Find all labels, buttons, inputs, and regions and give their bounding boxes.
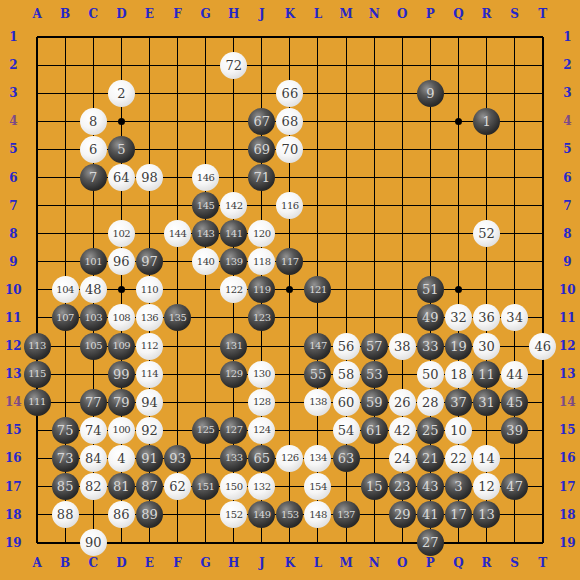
point-N9[interactable] [360,248,388,276]
point-B6[interactable] [51,163,79,191]
point-R4[interactable]: 1 [473,107,501,135]
point-L18[interactable]: 148 [304,501,332,529]
point-P13[interactable]: 50 [416,360,444,388]
point-N13[interactable]: 53 [360,360,388,388]
point-F4[interactable] [163,107,191,135]
point-E18[interactable]: 89 [135,501,163,529]
point-C1[interactable] [79,23,107,51]
point-L4[interactable] [304,107,332,135]
point-F12[interactable] [163,332,191,360]
point-P19[interactable]: 27 [416,529,444,557]
point-D6[interactable]: 64 [107,163,135,191]
point-N15[interactable]: 61 [360,416,388,444]
point-C18[interactable] [79,501,107,529]
point-T2[interactable] [529,51,557,79]
point-S9[interactable] [501,248,529,276]
point-D2[interactable] [107,51,135,79]
point-E3[interactable] [135,79,163,107]
point-L16[interactable]: 134 [304,444,332,472]
point-S11[interactable]: 34 [501,304,529,332]
point-F13[interactable] [163,360,191,388]
point-M2[interactable] [332,51,360,79]
point-N7[interactable] [360,192,388,220]
point-E15[interactable]: 92 [135,416,163,444]
point-D11[interactable]: 108 [107,304,135,332]
point-O5[interactable] [388,135,416,163]
point-E8[interactable] [135,220,163,248]
point-B9[interactable] [51,248,79,276]
point-T12[interactable]: 46 [529,332,557,360]
point-P3[interactable]: 9 [416,79,444,107]
point-B15[interactable]: 75 [51,416,79,444]
point-C14[interactable]: 77 [79,388,107,416]
point-G14[interactable] [192,388,220,416]
point-B10[interactable]: 104 [51,276,79,304]
point-M17[interactable] [332,473,360,501]
point-O8[interactable] [388,220,416,248]
point-L8[interactable] [304,220,332,248]
point-J8[interactable]: 120 [248,220,276,248]
point-H19[interactable] [220,529,248,557]
point-P12[interactable]: 33 [416,332,444,360]
point-N14[interactable]: 59 [360,388,388,416]
point-L1[interactable] [304,23,332,51]
point-T11[interactable] [529,304,557,332]
point-G4[interactable] [192,107,220,135]
point-J12[interactable] [248,332,276,360]
point-C12[interactable]: 105 [79,332,107,360]
point-E2[interactable] [135,51,163,79]
point-S16[interactable] [501,444,529,472]
point-G3[interactable] [192,79,220,107]
point-S1[interactable] [501,23,529,51]
point-F7[interactable] [163,192,191,220]
point-H1[interactable] [220,23,248,51]
point-D13[interactable]: 99 [107,360,135,388]
point-R6[interactable] [473,163,501,191]
point-T16[interactable] [529,444,557,472]
point-B19[interactable] [51,529,79,557]
point-E5[interactable] [135,135,163,163]
point-B5[interactable] [51,135,79,163]
point-Q8[interactable] [444,220,472,248]
point-F8[interactable]: 144 [163,220,191,248]
point-O11[interactable] [388,304,416,332]
point-R8[interactable]: 52 [473,220,501,248]
point-C8[interactable] [79,220,107,248]
point-N5[interactable] [360,135,388,163]
point-T6[interactable] [529,163,557,191]
point-N2[interactable] [360,51,388,79]
point-Q12[interactable]: 19 [444,332,472,360]
point-M19[interactable] [332,529,360,557]
point-M8[interactable] [332,220,360,248]
point-L13[interactable]: 55 [304,360,332,388]
point-O16[interactable]: 24 [388,444,416,472]
point-H8[interactable]: 141 [220,220,248,248]
point-B13[interactable] [51,360,79,388]
point-F19[interactable] [163,529,191,557]
point-P2[interactable] [416,51,444,79]
point-A5[interactable] [23,135,51,163]
point-R19[interactable] [473,529,501,557]
point-A3[interactable] [23,79,51,107]
point-K12[interactable] [276,332,304,360]
point-O1[interactable] [388,23,416,51]
point-M12[interactable]: 56 [332,332,360,360]
point-P17[interactable]: 43 [416,473,444,501]
point-R7[interactable] [473,192,501,220]
point-R13[interactable]: 11 [473,360,501,388]
point-S19[interactable] [501,529,529,557]
point-L7[interactable] [304,192,332,220]
point-K5[interactable]: 70 [276,135,304,163]
point-C6[interactable]: 7 [79,163,107,191]
point-N17[interactable]: 15 [360,473,388,501]
point-G17[interactable]: 151 [192,473,220,501]
point-S4[interactable] [501,107,529,135]
point-C5[interactable]: 6 [79,135,107,163]
point-E4[interactable] [135,107,163,135]
point-M18[interactable]: 137 [332,501,360,529]
point-E17[interactable]: 87 [135,473,163,501]
point-B16[interactable]: 73 [51,444,79,472]
point-M9[interactable] [332,248,360,276]
point-T15[interactable] [529,416,557,444]
point-H12[interactable]: 131 [220,332,248,360]
point-J7[interactable] [248,192,276,220]
point-H3[interactable] [220,79,248,107]
point-G5[interactable] [192,135,220,163]
point-K19[interactable] [276,529,304,557]
point-P8[interactable] [416,220,444,248]
point-C7[interactable] [79,192,107,220]
point-G12[interactable] [192,332,220,360]
point-S18[interactable] [501,501,529,529]
point-Q17[interactable]: 3 [444,473,472,501]
point-B17[interactable]: 85 [51,473,79,501]
point-T8[interactable] [529,220,557,248]
point-K14[interactable] [276,388,304,416]
point-S6[interactable] [501,163,529,191]
point-K7[interactable]: 116 [276,192,304,220]
point-J17[interactable]: 132 [248,473,276,501]
point-F16[interactable]: 93 [163,444,191,472]
point-O6[interactable] [388,163,416,191]
point-N11[interactable] [360,304,388,332]
point-E9[interactable]: 97 [135,248,163,276]
point-A4[interactable] [23,107,51,135]
point-K8[interactable] [276,220,304,248]
point-Q3[interactable] [444,79,472,107]
point-T1[interactable] [529,23,557,51]
point-N8[interactable] [360,220,388,248]
point-M14[interactable]: 60 [332,388,360,416]
point-E1[interactable] [135,23,163,51]
point-M10[interactable] [332,276,360,304]
point-C19[interactable]: 90 [79,529,107,557]
point-O18[interactable]: 29 [388,501,416,529]
point-R2[interactable] [473,51,501,79]
point-G18[interactable] [192,501,220,529]
point-O2[interactable] [388,51,416,79]
point-D7[interactable] [107,192,135,220]
point-O9[interactable] [388,248,416,276]
point-T5[interactable] [529,135,557,163]
point-H7[interactable]: 142 [220,192,248,220]
point-B11[interactable]: 107 [51,304,79,332]
point-C16[interactable]: 84 [79,444,107,472]
point-P1[interactable] [416,23,444,51]
point-H11[interactable] [220,304,248,332]
point-K9[interactable]: 117 [276,248,304,276]
point-L15[interactable] [304,416,332,444]
point-P10[interactable]: 51 [416,276,444,304]
point-H13[interactable]: 129 [220,360,248,388]
point-H5[interactable] [220,135,248,163]
point-H15[interactable]: 127 [220,416,248,444]
point-C9[interactable]: 101 [79,248,107,276]
point-N4[interactable] [360,107,388,135]
point-R12[interactable]: 30 [473,332,501,360]
point-Q1[interactable] [444,23,472,51]
point-H16[interactable]: 133 [220,444,248,472]
point-O10[interactable] [388,276,416,304]
point-E6[interactable]: 98 [135,163,163,191]
point-P15[interactable]: 25 [416,416,444,444]
point-L9[interactable] [304,248,332,276]
point-N19[interactable] [360,529,388,557]
point-R11[interactable]: 36 [473,304,501,332]
point-D5[interactable]: 5 [107,135,135,163]
point-D3[interactable]: 2 [107,79,135,107]
point-O14[interactable]: 26 [388,388,416,416]
point-J15[interactable]: 124 [248,416,276,444]
point-T7[interactable] [529,192,557,220]
point-A1[interactable] [23,23,51,51]
point-E12[interactable]: 112 [135,332,163,360]
point-T18[interactable] [529,501,557,529]
point-M6[interactable] [332,163,360,191]
point-H4[interactable] [220,107,248,135]
point-T4[interactable] [529,107,557,135]
point-A16[interactable] [23,444,51,472]
point-H6[interactable] [220,163,248,191]
point-T19[interactable] [529,529,557,557]
point-N18[interactable] [360,501,388,529]
point-F14[interactable] [163,388,191,416]
point-G7[interactable]: 145 [192,192,220,220]
point-G1[interactable] [192,23,220,51]
point-F5[interactable] [163,135,191,163]
point-L12[interactable]: 147 [304,332,332,360]
point-T10[interactable] [529,276,557,304]
point-Q10[interactable] [444,276,472,304]
point-A17[interactable] [23,473,51,501]
point-D12[interactable]: 109 [107,332,135,360]
point-F15[interactable] [163,416,191,444]
point-Q11[interactable]: 32 [444,304,472,332]
point-C3[interactable] [79,79,107,107]
point-G10[interactable] [192,276,220,304]
point-A10[interactable] [23,276,51,304]
point-G19[interactable] [192,529,220,557]
point-P4[interactable] [416,107,444,135]
point-F18[interactable] [163,501,191,529]
point-J13[interactable]: 130 [248,360,276,388]
point-L19[interactable] [304,529,332,557]
point-H17[interactable]: 150 [220,473,248,501]
point-Q14[interactable]: 37 [444,388,472,416]
point-F1[interactable] [163,23,191,51]
point-S15[interactable]: 39 [501,416,529,444]
point-L5[interactable] [304,135,332,163]
point-H9[interactable]: 139 [220,248,248,276]
point-T3[interactable] [529,79,557,107]
point-O13[interactable] [388,360,416,388]
point-A18[interactable] [23,501,51,529]
point-B4[interactable] [51,107,79,135]
point-B3[interactable] [51,79,79,107]
point-A15[interactable] [23,416,51,444]
point-E13[interactable]: 114 [135,360,163,388]
point-R10[interactable] [473,276,501,304]
point-A11[interactable] [23,304,51,332]
point-D18[interactable]: 86 [107,501,135,529]
point-T13[interactable] [529,360,557,388]
point-M7[interactable] [332,192,360,220]
point-R9[interactable] [473,248,501,276]
point-K1[interactable] [276,23,304,51]
point-D19[interactable] [107,529,135,557]
point-J11[interactable]: 123 [248,304,276,332]
point-E14[interactable]: 94 [135,388,163,416]
point-A12[interactable]: 113 [23,332,51,360]
point-D15[interactable]: 100 [107,416,135,444]
point-Q16[interactable]: 22 [444,444,472,472]
point-P5[interactable] [416,135,444,163]
point-G13[interactable] [192,360,220,388]
point-F9[interactable] [163,248,191,276]
point-M5[interactable] [332,135,360,163]
point-G9[interactable]: 140 [192,248,220,276]
point-H14[interactable] [220,388,248,416]
point-F2[interactable] [163,51,191,79]
point-R17[interactable]: 12 [473,473,501,501]
point-Q2[interactable] [444,51,472,79]
point-R14[interactable]: 31 [473,388,501,416]
point-O15[interactable]: 42 [388,416,416,444]
point-S3[interactable] [501,79,529,107]
point-P14[interactable]: 28 [416,388,444,416]
point-F17[interactable]: 62 [163,473,191,501]
point-J9[interactable]: 118 [248,248,276,276]
point-F10[interactable] [163,276,191,304]
point-K17[interactable] [276,473,304,501]
point-M13[interactable]: 58 [332,360,360,388]
point-M4[interactable] [332,107,360,135]
point-F3[interactable] [163,79,191,107]
point-H2[interactable]: 72 [220,51,248,79]
point-C17[interactable]: 82 [79,473,107,501]
point-H18[interactable]: 152 [220,501,248,529]
point-C11[interactable]: 103 [79,304,107,332]
point-P7[interactable] [416,192,444,220]
point-K2[interactable] [276,51,304,79]
point-S7[interactable] [501,192,529,220]
point-J19[interactable] [248,529,276,557]
point-Q6[interactable] [444,163,472,191]
point-O19[interactable] [388,529,416,557]
point-G2[interactable] [192,51,220,79]
point-A19[interactable] [23,529,51,557]
point-K6[interactable] [276,163,304,191]
point-A9[interactable] [23,248,51,276]
point-E16[interactable]: 91 [135,444,163,472]
point-T14[interactable] [529,388,557,416]
point-C10[interactable]: 48 [79,276,107,304]
point-R5[interactable] [473,135,501,163]
point-L10[interactable]: 121 [304,276,332,304]
point-Q7[interactable] [444,192,472,220]
point-R1[interactable] [473,23,501,51]
point-O12[interactable]: 38 [388,332,416,360]
point-R15[interactable] [473,416,501,444]
point-O3[interactable] [388,79,416,107]
point-D8[interactable]: 102 [107,220,135,248]
point-L17[interactable]: 154 [304,473,332,501]
point-G15[interactable]: 125 [192,416,220,444]
point-A7[interactable] [23,192,51,220]
point-L11[interactable] [304,304,332,332]
point-S8[interactable] [501,220,529,248]
point-D14[interactable]: 79 [107,388,135,416]
point-B18[interactable]: 88 [51,501,79,529]
point-T17[interactable] [529,473,557,501]
point-G8[interactable]: 143 [192,220,220,248]
point-N12[interactable]: 57 [360,332,388,360]
point-J5[interactable]: 69 [248,135,276,163]
point-K18[interactable]: 153 [276,501,304,529]
point-R18[interactable]: 13 [473,501,501,529]
point-L3[interactable] [304,79,332,107]
point-C13[interactable] [79,360,107,388]
point-K10[interactable] [276,276,304,304]
point-J14[interactable]: 128 [248,388,276,416]
point-L2[interactable] [304,51,332,79]
point-C15[interactable]: 74 [79,416,107,444]
point-D16[interactable]: 4 [107,444,135,472]
point-A13[interactable]: 115 [23,360,51,388]
point-J1[interactable] [248,23,276,51]
point-G11[interactable] [192,304,220,332]
point-J6[interactable]: 71 [248,163,276,191]
point-Q15[interactable]: 10 [444,416,472,444]
point-O7[interactable] [388,192,416,220]
point-P6[interactable] [416,163,444,191]
point-Q4[interactable] [444,107,472,135]
point-N10[interactable] [360,276,388,304]
point-B12[interactable] [51,332,79,360]
point-J3[interactable] [248,79,276,107]
point-N3[interactable] [360,79,388,107]
point-S12[interactable] [501,332,529,360]
point-M3[interactable] [332,79,360,107]
point-Q18[interactable]: 17 [444,501,472,529]
point-N16[interactable] [360,444,388,472]
point-A6[interactable] [23,163,51,191]
point-T9[interactable] [529,248,557,276]
